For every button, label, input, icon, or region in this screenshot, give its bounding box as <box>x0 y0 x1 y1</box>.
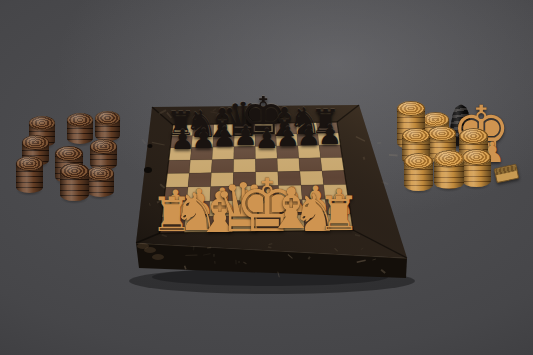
stack-top <box>434 150 464 167</box>
stack-top <box>404 153 433 169</box>
stack-top <box>16 156 43 171</box>
dark-draughts-stack <box>95 111 120 141</box>
dark-draughts-stack <box>16 156 43 193</box>
stack-top <box>90 139 117 154</box>
photo-scene: ♜♞♝♛♚♝♞♜♟♟♟♟♟♟♟♟♟♟♟♟♟♟♟♟♜♞♝♛♚♝♞♜ ♚♟ <box>0 0 533 355</box>
light-draughts-stack <box>404 153 433 191</box>
stack-top <box>459 128 488 144</box>
stack-top <box>87 166 114 181</box>
dark-draughts-stack <box>60 163 89 201</box>
stack-top <box>95 111 120 125</box>
stack-top <box>462 149 491 165</box>
side-objects-layer: ♚♟ <box>0 0 533 355</box>
wooden-block <box>494 164 520 183</box>
light-draughts-stack <box>434 150 464 189</box>
block-speckle <box>495 165 517 175</box>
stack-top <box>60 163 89 179</box>
stack-top <box>22 135 49 150</box>
